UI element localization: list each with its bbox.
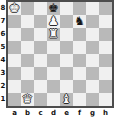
square-a1[interactable] xyxy=(8,93,21,106)
piece-black-knight: ♞ xyxy=(74,15,85,28)
square-a5[interactable] xyxy=(8,41,21,54)
square-e4[interactable] xyxy=(60,54,73,67)
piece-white-queen: ♛ xyxy=(22,93,33,106)
square-h1[interactable] xyxy=(99,93,112,106)
square-g1[interactable] xyxy=(86,93,99,106)
square-h8[interactable] xyxy=(99,2,112,15)
file-label-h: h xyxy=(99,108,112,118)
file-label-b: b xyxy=(21,108,34,118)
square-h5[interactable] xyxy=(99,41,112,54)
square-a2[interactable] xyxy=(8,80,21,93)
square-g7[interactable] xyxy=(86,15,99,28)
square-d6[interactable]: ♜ xyxy=(47,28,60,41)
square-h6[interactable] xyxy=(99,28,112,41)
square-b8[interactable] xyxy=(21,2,34,15)
file-label-c: c xyxy=(34,108,47,118)
square-e5[interactable] xyxy=(60,41,73,54)
square-d4[interactable] xyxy=(47,54,60,67)
chess-board: ♚♚♟♞♜♛♝ xyxy=(6,0,114,108)
square-h2[interactable] xyxy=(99,80,112,93)
square-h7[interactable] xyxy=(99,15,112,28)
square-b7[interactable] xyxy=(21,15,34,28)
square-b3[interactable] xyxy=(21,67,34,80)
square-d8[interactable]: ♚ xyxy=(47,2,60,15)
piece-white-rook: ♜ xyxy=(48,28,59,41)
square-c4[interactable] xyxy=(34,54,47,67)
square-d5[interactable] xyxy=(47,41,60,54)
square-g3[interactable] xyxy=(86,67,99,80)
square-g6[interactable] xyxy=(86,28,99,41)
square-d1[interactable] xyxy=(47,93,60,106)
square-c8[interactable] xyxy=(34,2,47,15)
file-label-f: f xyxy=(73,108,86,118)
square-f2[interactable] xyxy=(73,80,86,93)
square-c2[interactable] xyxy=(34,80,47,93)
square-b5[interactable] xyxy=(21,41,34,54)
square-d7[interactable]: ♟ xyxy=(47,15,60,28)
square-g5[interactable] xyxy=(86,41,99,54)
square-e3[interactable] xyxy=(60,67,73,80)
square-a7[interactable] xyxy=(8,15,21,28)
chess-diagram: 87654321 ♚♚♟♞♜♛♝ abcdefgh xyxy=(0,0,118,118)
square-h3[interactable] xyxy=(99,67,112,80)
square-c1[interactable] xyxy=(34,93,47,106)
square-f8[interactable] xyxy=(73,2,86,15)
square-b1[interactable]: ♛ xyxy=(21,93,34,106)
square-b2[interactable] xyxy=(21,80,34,93)
square-c6[interactable] xyxy=(34,28,47,41)
square-c5[interactable] xyxy=(34,41,47,54)
square-e1[interactable]: ♝ xyxy=(60,93,73,106)
square-g4[interactable] xyxy=(86,54,99,67)
square-a6[interactable] xyxy=(8,28,21,41)
square-h4[interactable] xyxy=(99,54,112,67)
square-g8[interactable] xyxy=(86,2,99,15)
piece-white-king: ♚ xyxy=(9,2,20,15)
file-label-e: e xyxy=(60,108,73,118)
square-e7[interactable] xyxy=(60,15,73,28)
square-b6[interactable] xyxy=(21,28,34,41)
square-d3[interactable] xyxy=(47,67,60,80)
square-b4[interactable] xyxy=(21,54,34,67)
piece-white-bishop: ♝ xyxy=(61,93,72,106)
square-c3[interactable] xyxy=(34,67,47,80)
square-f5[interactable] xyxy=(73,41,86,54)
square-a4[interactable] xyxy=(8,54,21,67)
piece-white-pawn: ♟ xyxy=(48,15,59,28)
square-g2[interactable] xyxy=(86,80,99,93)
square-f6[interactable] xyxy=(73,28,86,41)
square-a3[interactable] xyxy=(8,67,21,80)
square-f7[interactable]: ♞ xyxy=(73,15,86,28)
square-a8[interactable]: ♚ xyxy=(8,2,21,15)
file-labels: abcdefgh xyxy=(6,108,118,118)
square-d2[interactable] xyxy=(47,80,60,93)
square-f1[interactable] xyxy=(73,93,86,106)
square-c7[interactable] xyxy=(34,15,47,28)
square-f4[interactable] xyxy=(73,54,86,67)
file-label-a: a xyxy=(8,108,21,118)
square-e2[interactable] xyxy=(60,80,73,93)
square-e8[interactable] xyxy=(60,2,73,15)
piece-black-king: ♚ xyxy=(48,2,59,15)
file-label-d: d xyxy=(47,108,60,118)
square-f3[interactable] xyxy=(73,67,86,80)
square-e6[interactable] xyxy=(60,28,73,41)
file-label-g: g xyxy=(86,108,99,118)
